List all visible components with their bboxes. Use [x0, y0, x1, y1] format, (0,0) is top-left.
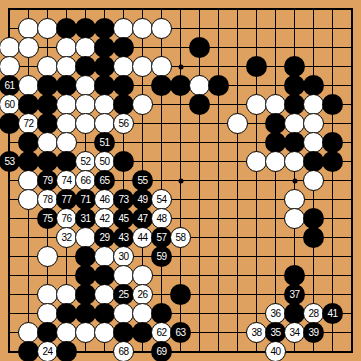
intersection-c3-r17[interactable] [57, 323, 76, 342]
intersection-c2-r2[interactable] [38, 38, 57, 57]
intersection-c11-r9[interactable] [209, 171, 228, 190]
intersection-c14-r17[interactable]: 35 [266, 323, 285, 342]
intersection-c9-r8[interactable] [171, 152, 190, 171]
intersection-c2-r11[interactable]: 75 [38, 209, 57, 228]
intersection-c0-r13[interactable] [0, 247, 19, 266]
intersection-c17-r14[interactable] [323, 266, 342, 285]
intersection-c6-r4[interactable] [114, 76, 133, 95]
intersection-c15-r18[interactable] [285, 342, 304, 361]
intersection-c16-r5[interactable] [304, 95, 323, 114]
intersection-c1-r18[interactable] [19, 342, 38, 361]
intersection-c9-r13[interactable] [171, 247, 190, 266]
intersection-c15-r8[interactable] [285, 152, 304, 171]
intersection-c2-r12[interactable] [38, 228, 57, 247]
intersection-c13-r1[interactable] [247, 19, 266, 38]
intersection-c12-r9[interactable] [228, 171, 247, 190]
intersection-c18-r3[interactable] [342, 57, 361, 76]
intersection-c9-r9[interactable] [171, 171, 190, 190]
intersection-c2-r18[interactable]: 24 [38, 342, 57, 361]
intersection-c15-r11[interactable] [285, 209, 304, 228]
intersection-c3-r6[interactable] [57, 114, 76, 133]
intersection-c11-r18[interactable] [209, 342, 228, 361]
intersection-c13-r13[interactable] [247, 247, 266, 266]
intersection-c13-r17[interactable]: 38 [247, 323, 266, 342]
intersection-c0-r18[interactable] [0, 342, 19, 361]
intersection-c11-r15[interactable] [209, 285, 228, 304]
intersection-c18-r12[interactable] [342, 228, 361, 247]
intersection-c9-r2[interactable] [171, 38, 190, 57]
intersection-c18-r14[interactable] [342, 266, 361, 285]
intersection-c8-r15[interactable] [152, 285, 171, 304]
intersection-c11-r6[interactable] [209, 114, 228, 133]
intersection-c10-r5[interactable] [190, 95, 209, 114]
intersection-c3-r5[interactable] [57, 95, 76, 114]
intersection-c18-r11[interactable] [342, 209, 361, 228]
intersection-c4-r14[interactable] [76, 266, 95, 285]
intersection-c5-r0[interactable] [95, 0, 114, 19]
intersection-c9-r0[interactable] [171, 0, 190, 19]
intersection-c11-r17[interactable] [209, 323, 228, 342]
intersection-c14-r14[interactable] [266, 266, 285, 285]
intersection-c18-r0[interactable] [342, 0, 361, 19]
intersection-c0-r7[interactable] [0, 133, 19, 152]
intersection-c16-r10[interactable] [304, 190, 323, 209]
intersection-c0-r5[interactable]: 60 [0, 95, 19, 114]
intersection-c17-r5[interactable] [323, 95, 342, 114]
intersection-c17-r7[interactable] [323, 133, 342, 152]
intersection-c14-r11[interactable] [266, 209, 285, 228]
intersection-c18-r5[interactable] [342, 95, 361, 114]
intersection-c0-r4[interactable]: 61 [0, 76, 19, 95]
intersection-c5-r9[interactable]: 65 [95, 171, 114, 190]
intersection-c9-r6[interactable] [171, 114, 190, 133]
intersection-c7-r15[interactable]: 26 [133, 285, 152, 304]
intersection-c0-r3[interactable] [0, 57, 19, 76]
intersection-c12-r4[interactable] [228, 76, 247, 95]
intersection-c8-r6[interactable] [152, 114, 171, 133]
intersection-c4-r0[interactable] [76, 0, 95, 19]
intersection-c16-r2[interactable] [304, 38, 323, 57]
intersection-c11-r5[interactable] [209, 95, 228, 114]
intersection-c16-r7[interactable] [304, 133, 323, 152]
intersection-c9-r1[interactable] [171, 19, 190, 38]
intersection-c13-r7[interactable] [247, 133, 266, 152]
intersection-c5-r17[interactable] [95, 323, 114, 342]
intersection-c11-r0[interactable] [209, 0, 228, 19]
intersection-c10-r13[interactable] [190, 247, 209, 266]
intersection-c7-r0[interactable] [133, 0, 152, 19]
intersection-c17-r16[interactable]: 41 [323, 304, 342, 323]
intersection-c5-r7[interactable]: 51 [95, 133, 114, 152]
intersection-c9-r10[interactable] [171, 190, 190, 209]
intersection-c0-r9[interactable] [0, 171, 19, 190]
intersection-c10-r14[interactable] [190, 266, 209, 285]
intersection-c1-r15[interactable] [19, 285, 38, 304]
intersection-c17-r12[interactable] [323, 228, 342, 247]
intersection-c1-r0[interactable] [19, 0, 38, 19]
intersection-c2-r4[interactable] [38, 76, 57, 95]
intersection-c1-r9[interactable] [19, 171, 38, 190]
intersection-c5-r6[interactable] [95, 114, 114, 133]
intersection-c4-r16[interactable] [76, 304, 95, 323]
intersection-c18-r16[interactable] [342, 304, 361, 323]
intersection-c17-r15[interactable] [323, 285, 342, 304]
intersection-c11-r13[interactable] [209, 247, 228, 266]
intersection-c14-r16[interactable]: 36 [266, 304, 285, 323]
intersection-c1-r14[interactable] [19, 266, 38, 285]
intersection-c10-r1[interactable] [190, 19, 209, 38]
intersection-c3-r1[interactable] [57, 19, 76, 38]
intersection-c14-r1[interactable] [266, 19, 285, 38]
intersection-c11-r16[interactable] [209, 304, 228, 323]
intersection-c6-r0[interactable] [114, 0, 133, 19]
intersection-c4-r3[interactable] [76, 57, 95, 76]
intersection-c12-r10[interactable] [228, 190, 247, 209]
intersection-c8-r18[interactable]: 69 [152, 342, 171, 361]
intersection-c3-r0[interactable] [57, 0, 76, 19]
intersection-c9-r4[interactable] [171, 76, 190, 95]
intersection-c14-r2[interactable] [266, 38, 285, 57]
intersection-c2-r15[interactable] [38, 285, 57, 304]
intersection-c4-r12[interactable] [76, 228, 95, 247]
intersection-c14-r4[interactable] [266, 76, 285, 95]
intersection-c14-r5[interactable] [266, 95, 285, 114]
intersection-c16-r8[interactable] [304, 152, 323, 171]
intersection-c18-r18[interactable] [342, 342, 361, 361]
intersection-c8-r0[interactable] [152, 0, 171, 19]
intersection-c9-r5[interactable] [171, 95, 190, 114]
intersection-c7-r1[interactable] [133, 19, 152, 38]
intersection-c1-r13[interactable] [19, 247, 38, 266]
intersection-c2-r17[interactable] [38, 323, 57, 342]
intersection-c18-r13[interactable] [342, 247, 361, 266]
intersection-c18-r4[interactable] [342, 76, 361, 95]
intersection-c17-r0[interactable] [323, 0, 342, 19]
intersection-c8-r3[interactable] [152, 57, 171, 76]
intersection-c1-r17[interactable] [19, 323, 38, 342]
intersection-c11-r11[interactable] [209, 209, 228, 228]
intersection-c3-r13[interactable] [57, 247, 76, 266]
intersection-c3-r14[interactable] [57, 266, 76, 285]
intersection-c1-r3[interactable] [19, 57, 38, 76]
intersection-c16-r12[interactable] [304, 228, 323, 247]
intersection-c16-r13[interactable] [304, 247, 323, 266]
intersection-c7-r8[interactable] [133, 152, 152, 171]
intersection-c5-r13[interactable] [95, 247, 114, 266]
intersection-c1-r10[interactable] [19, 190, 38, 209]
intersection-c6-r11[interactable]: 45 [114, 209, 133, 228]
intersection-c14-r13[interactable] [266, 247, 285, 266]
intersection-c12-r11[interactable] [228, 209, 247, 228]
intersection-c7-r17[interactable] [133, 323, 152, 342]
intersection-c4-r5[interactable] [76, 95, 95, 114]
intersection-c0-r16[interactable] [0, 304, 19, 323]
intersection-c6-r16[interactable] [114, 304, 133, 323]
intersection-c6-r9[interactable] [114, 171, 133, 190]
intersection-c13-r8[interactable] [247, 152, 266, 171]
intersection-c16-r6[interactable] [304, 114, 323, 133]
intersection-c12-r15[interactable] [228, 285, 247, 304]
intersection-c15-r3[interactable] [285, 57, 304, 76]
intersection-c18-r2[interactable] [342, 38, 361, 57]
intersection-c15-r10[interactable] [285, 190, 304, 209]
intersection-c12-r16[interactable] [228, 304, 247, 323]
intersection-c6-r8[interactable] [114, 152, 133, 171]
intersection-c8-r17[interactable]: 62 [152, 323, 171, 342]
intersection-c5-r11[interactable]: 42 [95, 209, 114, 228]
intersection-c0-r11[interactable] [0, 209, 19, 228]
intersection-c1-r12[interactable] [19, 228, 38, 247]
intersection-c3-r9[interactable]: 74 [57, 171, 76, 190]
intersection-c16-r14[interactable] [304, 266, 323, 285]
intersection-c7-r14[interactable] [133, 266, 152, 285]
intersection-c16-r9[interactable] [304, 171, 323, 190]
intersection-c12-r7[interactable] [228, 133, 247, 152]
intersection-c6-r7[interactable] [114, 133, 133, 152]
intersection-c0-r0[interactable] [0, 0, 19, 19]
intersection-c4-r7[interactable] [76, 133, 95, 152]
intersection-c11-r7[interactable] [209, 133, 228, 152]
intersection-c8-r13[interactable]: 59 [152, 247, 171, 266]
intersection-c6-r6[interactable]: 56 [114, 114, 133, 133]
intersection-c4-r11[interactable]: 31 [76, 209, 95, 228]
intersection-c18-r9[interactable] [342, 171, 361, 190]
intersection-c15-r16[interactable] [285, 304, 304, 323]
intersection-c9-r16[interactable] [171, 304, 190, 323]
intersection-c15-r5[interactable] [285, 95, 304, 114]
intersection-c3-r18[interactable] [57, 342, 76, 361]
intersection-c8-r12[interactable]: 57 [152, 228, 171, 247]
intersection-c16-r1[interactable] [304, 19, 323, 38]
intersection-c17-r18[interactable] [323, 342, 342, 361]
intersection-c18-r8[interactable] [342, 152, 361, 171]
intersection-c10-r4[interactable] [190, 76, 209, 95]
intersection-c15-r15[interactable]: 37 [285, 285, 304, 304]
intersection-c1-r1[interactable] [19, 19, 38, 38]
intersection-c9-r18[interactable] [171, 342, 190, 361]
intersection-c9-r17[interactable]: 63 [171, 323, 190, 342]
intersection-c16-r3[interactable] [304, 57, 323, 76]
intersection-c2-r16[interactable] [38, 304, 57, 323]
intersection-c10-r11[interactable] [190, 209, 209, 228]
intersection-c17-r3[interactable] [323, 57, 342, 76]
intersection-c9-r14[interactable] [171, 266, 190, 285]
intersection-c5-r16[interactable] [95, 304, 114, 323]
intersection-c8-r7[interactable] [152, 133, 171, 152]
intersection-c6-r14[interactable] [114, 266, 133, 285]
intersection-c10-r0[interactable] [190, 0, 209, 19]
intersection-c2-r14[interactable] [38, 266, 57, 285]
intersection-c3-r7[interactable] [57, 133, 76, 152]
intersection-c1-r16[interactable] [19, 304, 38, 323]
intersection-c9-r15[interactable] [171, 285, 190, 304]
intersection-c7-r5[interactable] [133, 95, 152, 114]
intersection-c14-r8[interactable] [266, 152, 285, 171]
intersection-c0-r14[interactable] [0, 266, 19, 285]
intersection-c7-r10[interactable]: 49 [133, 190, 152, 209]
intersection-c6-r5[interactable] [114, 95, 133, 114]
intersection-c14-r10[interactable] [266, 190, 285, 209]
intersection-c3-r10[interactable]: 77 [57, 190, 76, 209]
intersection-c4-r8[interactable]: 52 [76, 152, 95, 171]
intersection-c11-r14[interactable] [209, 266, 228, 285]
intersection-c10-r9[interactable] [190, 171, 209, 190]
intersection-c10-r8[interactable] [190, 152, 209, 171]
intersection-c17-r10[interactable] [323, 190, 342, 209]
intersection-c13-r9[interactable] [247, 171, 266, 190]
intersection-c10-r15[interactable] [190, 285, 209, 304]
intersection-c16-r18[interactable] [304, 342, 323, 361]
intersection-c17-r2[interactable] [323, 38, 342, 57]
intersection-c9-r3[interactable] [171, 57, 190, 76]
intersection-c1-r7[interactable] [19, 133, 38, 152]
intersection-c0-r12[interactable] [0, 228, 19, 247]
intersection-c13-r0[interactable] [247, 0, 266, 19]
intersection-c14-r7[interactable] [266, 133, 285, 152]
intersection-c8-r9[interactable] [152, 171, 171, 190]
intersection-c16-r15[interactable] [304, 285, 323, 304]
intersection-c14-r6[interactable] [266, 114, 285, 133]
intersection-c17-r6[interactable] [323, 114, 342, 133]
intersection-c1-r5[interactable] [19, 95, 38, 114]
intersection-c0-r8[interactable]: 53 [0, 152, 19, 171]
intersection-c8-r4[interactable] [152, 76, 171, 95]
intersection-c12-r2[interactable] [228, 38, 247, 57]
intersection-c4-r1[interactable] [76, 19, 95, 38]
intersection-c15-r14[interactable] [285, 266, 304, 285]
intersection-c10-r3[interactable] [190, 57, 209, 76]
intersection-c2-r7[interactable] [38, 133, 57, 152]
intersection-c10-r12[interactable] [190, 228, 209, 247]
intersection-c16-r11[interactable] [304, 209, 323, 228]
intersection-c3-r3[interactable] [57, 57, 76, 76]
intersection-c8-r1[interactable] [152, 19, 171, 38]
intersection-c2-r10[interactable]: 78 [38, 190, 57, 209]
intersection-c12-r14[interactable] [228, 266, 247, 285]
intersection-c11-r3[interactable] [209, 57, 228, 76]
intersection-c5-r1[interactable] [95, 19, 114, 38]
intersection-c8-r2[interactable] [152, 38, 171, 57]
intersection-c3-r8[interactable] [57, 152, 76, 171]
intersection-c6-r17[interactable] [114, 323, 133, 342]
intersection-c12-r13[interactable] [228, 247, 247, 266]
intersection-c2-r0[interactable] [38, 0, 57, 19]
intersection-c5-r15[interactable] [95, 285, 114, 304]
intersection-c15-r9[interactable] [285, 171, 304, 190]
intersection-c2-r8[interactable] [38, 152, 57, 171]
intersection-c4-r17[interactable] [76, 323, 95, 342]
intersection-c7-r11[interactable]: 47 [133, 209, 152, 228]
intersection-c15-r2[interactable] [285, 38, 304, 57]
intersection-c13-r12[interactable] [247, 228, 266, 247]
intersection-c15-r12[interactable] [285, 228, 304, 247]
intersection-c5-r12[interactable]: 29 [95, 228, 114, 247]
intersection-c3-r2[interactable] [57, 38, 76, 57]
intersection-c8-r10[interactable]: 54 [152, 190, 171, 209]
intersection-c15-r17[interactable]: 34 [285, 323, 304, 342]
intersection-c0-r10[interactable] [0, 190, 19, 209]
intersection-c12-r12[interactable] [228, 228, 247, 247]
intersection-c5-r10[interactable]: 46 [95, 190, 114, 209]
intersection-c5-r18[interactable] [95, 342, 114, 361]
intersection-c5-r14[interactable] [95, 266, 114, 285]
intersection-c0-r2[interactable] [0, 38, 19, 57]
intersection-c8-r16[interactable] [152, 304, 171, 323]
intersection-c11-r2[interactable] [209, 38, 228, 57]
intersection-c13-r15[interactable] [247, 285, 266, 304]
intersection-c14-r3[interactable] [266, 57, 285, 76]
intersection-c12-r17[interactable] [228, 323, 247, 342]
intersection-c3-r4[interactable] [57, 76, 76, 95]
intersection-c6-r2[interactable] [114, 38, 133, 57]
intersection-c15-r4[interactable] [285, 76, 304, 95]
intersection-c10-r16[interactable] [190, 304, 209, 323]
intersection-c4-r2[interactable] [76, 38, 95, 57]
intersection-c3-r12[interactable]: 32 [57, 228, 76, 247]
intersection-c15-r6[interactable] [285, 114, 304, 133]
intersection-c9-r7[interactable] [171, 133, 190, 152]
intersection-c7-r7[interactable] [133, 133, 152, 152]
intersection-c12-r8[interactable] [228, 152, 247, 171]
intersection-c10-r2[interactable] [190, 38, 209, 57]
intersection-c12-r18[interactable] [228, 342, 247, 361]
intersection-c14-r9[interactable] [266, 171, 285, 190]
intersection-c7-r13[interactable] [133, 247, 152, 266]
intersection-c4-r18[interactable] [76, 342, 95, 361]
intersection-c2-r9[interactable]: 79 [38, 171, 57, 190]
intersection-c12-r0[interactable] [228, 0, 247, 19]
intersection-c5-r2[interactable] [95, 38, 114, 57]
intersection-c6-r10[interactable]: 73 [114, 190, 133, 209]
intersection-c6-r18[interactable]: 68 [114, 342, 133, 361]
intersection-c16-r4[interactable] [304, 76, 323, 95]
intersection-c10-r7[interactable] [190, 133, 209, 152]
intersection-c18-r17[interactable] [342, 323, 361, 342]
intersection-c12-r6[interactable] [228, 114, 247, 133]
intersection-c5-r4[interactable] [95, 76, 114, 95]
intersection-c6-r12[interactable]: 43 [114, 228, 133, 247]
intersection-c7-r2[interactable] [133, 38, 152, 57]
intersection-c13-r11[interactable] [247, 209, 266, 228]
intersection-c17-r8[interactable] [323, 152, 342, 171]
intersection-c13-r6[interactable] [247, 114, 266, 133]
intersection-c5-r3[interactable] [95, 57, 114, 76]
intersection-c7-r3[interactable] [133, 57, 152, 76]
intersection-c16-r16[interactable]: 28 [304, 304, 323, 323]
intersection-c3-r11[interactable]: 76 [57, 209, 76, 228]
intersection-c0-r15[interactable] [0, 285, 19, 304]
intersection-c2-r5[interactable] [38, 95, 57, 114]
intersection-c13-r14[interactable] [247, 266, 266, 285]
intersection-c3-r15[interactable] [57, 285, 76, 304]
intersection-c1-r8[interactable] [19, 152, 38, 171]
intersection-c17-r4[interactable] [323, 76, 342, 95]
intersection-c16-r17[interactable]: 39 [304, 323, 323, 342]
intersection-c2-r1[interactable] [38, 19, 57, 38]
intersection-c7-r12[interactable]: 44 [133, 228, 152, 247]
intersection-c18-r15[interactable] [342, 285, 361, 304]
intersection-c1-r4[interactable] [19, 76, 38, 95]
intersection-c6-r15[interactable]: 25 [114, 285, 133, 304]
intersection-c11-r4[interactable] [209, 76, 228, 95]
intersection-c10-r6[interactable] [190, 114, 209, 133]
intersection-c12-r3[interactable] [228, 57, 247, 76]
intersection-c1-r2[interactable] [19, 38, 38, 57]
intersection-c17-r17[interactable] [323, 323, 342, 342]
intersection-c4-r10[interactable]: 71 [76, 190, 95, 209]
intersection-c10-r10[interactable] [190, 190, 209, 209]
intersection-c18-r6[interactable] [342, 114, 361, 133]
